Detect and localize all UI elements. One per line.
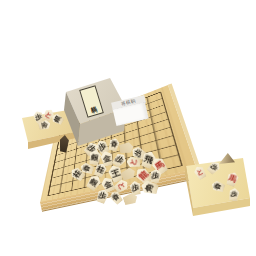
- shogi-piece[interactable]: 歩: [227, 187, 241, 202]
- shogi-piece[interactable]: 香: [210, 179, 226, 195]
- shogi-set-photo: 将棋駒 将棋駒 歩歩香歩銀金歩と飛馬香桂王龍歩銀金と歩角歩香桂 歩と銀金 と歩馬…: [0, 0, 256, 256]
- piece-kanji: 馬: [227, 174, 237, 184]
- piece-kanji: 歩: [230, 191, 238, 199]
- shogi-piece[interactable]: 馬: [224, 170, 241, 188]
- piece-kanji: 香: [214, 182, 222, 191]
- shogi-piece[interactable]: 歩: [205, 159, 223, 177]
- right-tray-pieces-layer: と歩馬香歩: [0, 0, 256, 256]
- piece-kanji: と: [195, 168, 204, 177]
- piece-kanji: 歩: [209, 163, 219, 173]
- shogi-piece[interactable]: と: [192, 164, 209, 181]
